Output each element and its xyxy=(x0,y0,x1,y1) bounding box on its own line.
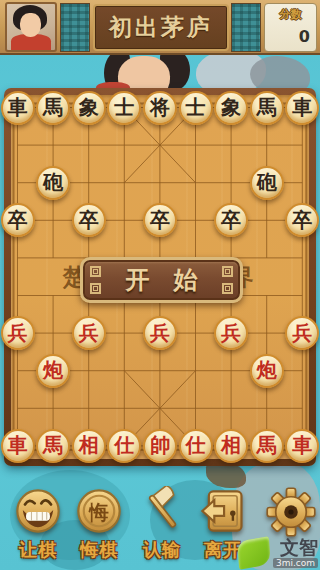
piece-black-soldier[interactable]: 卒 xyxy=(72,203,106,237)
piece-black-chariot[interactable]: 車 xyxy=(1,91,35,125)
score-value: 0 xyxy=(299,27,310,46)
watermark-url: 3mi.com xyxy=(273,558,318,568)
piece-red-advisor[interactable]: 仕 xyxy=(107,429,141,463)
meander-ornament xyxy=(90,283,101,294)
piece-red-chariot[interactable]: 車 xyxy=(1,429,35,463)
meander-ornament xyxy=(222,266,233,277)
piece-black-horse[interactable]: 馬 xyxy=(36,91,70,125)
piece-red-general[interactable]: 帥 xyxy=(143,429,177,463)
xiangqi-board[interactable]: 楚河汉界 車馬象士将士象馬車砲砲卒卒卒卒卒兵兵兵兵兵炮炮車馬相仕帥仕相馬車 开始 xyxy=(4,88,316,466)
piece-red-elephant[interactable]: 相 xyxy=(214,429,248,463)
piece-black-advisor[interactable]: 士 xyxy=(107,91,141,125)
piece-red-advisor[interactable]: 仕 xyxy=(179,429,213,463)
level-title-box: 初出茅庐 xyxy=(93,4,229,51)
decorative-panel-left xyxy=(60,3,90,52)
gear-icon xyxy=(265,486,317,538)
score-panel: 分数 0 xyxy=(264,3,317,52)
smiley-icon xyxy=(14,486,62,536)
piece-red-soldier[interactable]: 兵 xyxy=(214,316,248,350)
watermark-brand: 文智 xyxy=(280,538,318,557)
piece-red-horse[interactable]: 馬 xyxy=(36,429,70,463)
piece-black-elephant[interactable]: 象 xyxy=(214,91,248,125)
meander-ornament xyxy=(222,283,233,294)
piece-black-elephant[interactable]: 象 xyxy=(72,91,106,125)
piece-black-soldier[interactable]: 卒 xyxy=(285,203,319,237)
xiangqi-app: 初出茅庐 分数 0 楚河汉界 車馬象士将士象馬車砲砲卒卒卒卒卒兵兵兵兵兵炮炮車馬… xyxy=(0,0,320,570)
piece-red-elephant[interactable]: 相 xyxy=(72,429,106,463)
resign-button[interactable]: 认输 xyxy=(132,486,192,570)
player-avatar xyxy=(5,2,57,52)
svg-text:悔: 悔 xyxy=(88,501,109,524)
give-piece-button[interactable]: 让棋 xyxy=(8,486,68,570)
piece-black-soldier[interactable]: 卒 xyxy=(143,203,177,237)
piece-black-cannon[interactable]: 砲 xyxy=(36,166,70,200)
piece-black-soldier[interactable]: 卒 xyxy=(1,203,35,237)
piece-black-advisor[interactable]: 士 xyxy=(179,91,213,125)
undo-move-label: 悔棋 xyxy=(69,538,129,562)
piece-red-cannon[interactable]: 炮 xyxy=(36,354,70,388)
piece-red-chariot[interactable]: 車 xyxy=(285,429,319,463)
watermark: 文智 3mi.com xyxy=(238,538,318,568)
resign-label: 认输 xyxy=(132,538,192,562)
exit-door-icon xyxy=(199,486,247,536)
decorative-panel-right xyxy=(231,3,261,52)
meander-ornament xyxy=(90,266,101,277)
watermark-leaf-icon xyxy=(237,536,270,570)
start-button-label: 开始 xyxy=(102,264,222,296)
score-label: 分数 xyxy=(265,7,316,22)
background-illustration xyxy=(160,50,190,90)
piece-black-soldier[interactable]: 卒 xyxy=(214,203,248,237)
piece-black-chariot[interactable]: 車 xyxy=(285,91,319,125)
piece-red-cannon[interactable]: 炮 xyxy=(250,354,284,388)
piece-red-soldier[interactable]: 兵 xyxy=(72,316,106,350)
piece-black-general[interactable]: 将 xyxy=(143,91,177,125)
regret-coin-icon: 悔 xyxy=(75,486,123,536)
start-button[interactable]: 开始 xyxy=(80,257,243,303)
top-bar: 初出茅庐 分数 0 xyxy=(0,0,320,55)
piece-red-soldier[interactable]: 兵 xyxy=(285,316,319,350)
piece-red-soldier[interactable]: 兵 xyxy=(1,316,35,350)
undo-move-button[interactable]: 悔 悔棋 xyxy=(69,486,129,570)
piece-black-cannon[interactable]: 砲 xyxy=(250,166,284,200)
white-flag-icon xyxy=(138,486,186,536)
piece-black-horse[interactable]: 馬 xyxy=(250,91,284,125)
piece-red-soldier[interactable]: 兵 xyxy=(143,316,177,350)
give-piece-label: 让棋 xyxy=(8,538,68,562)
level-title: 初出茅庐 xyxy=(109,12,213,43)
piece-red-horse[interactable]: 馬 xyxy=(250,429,284,463)
